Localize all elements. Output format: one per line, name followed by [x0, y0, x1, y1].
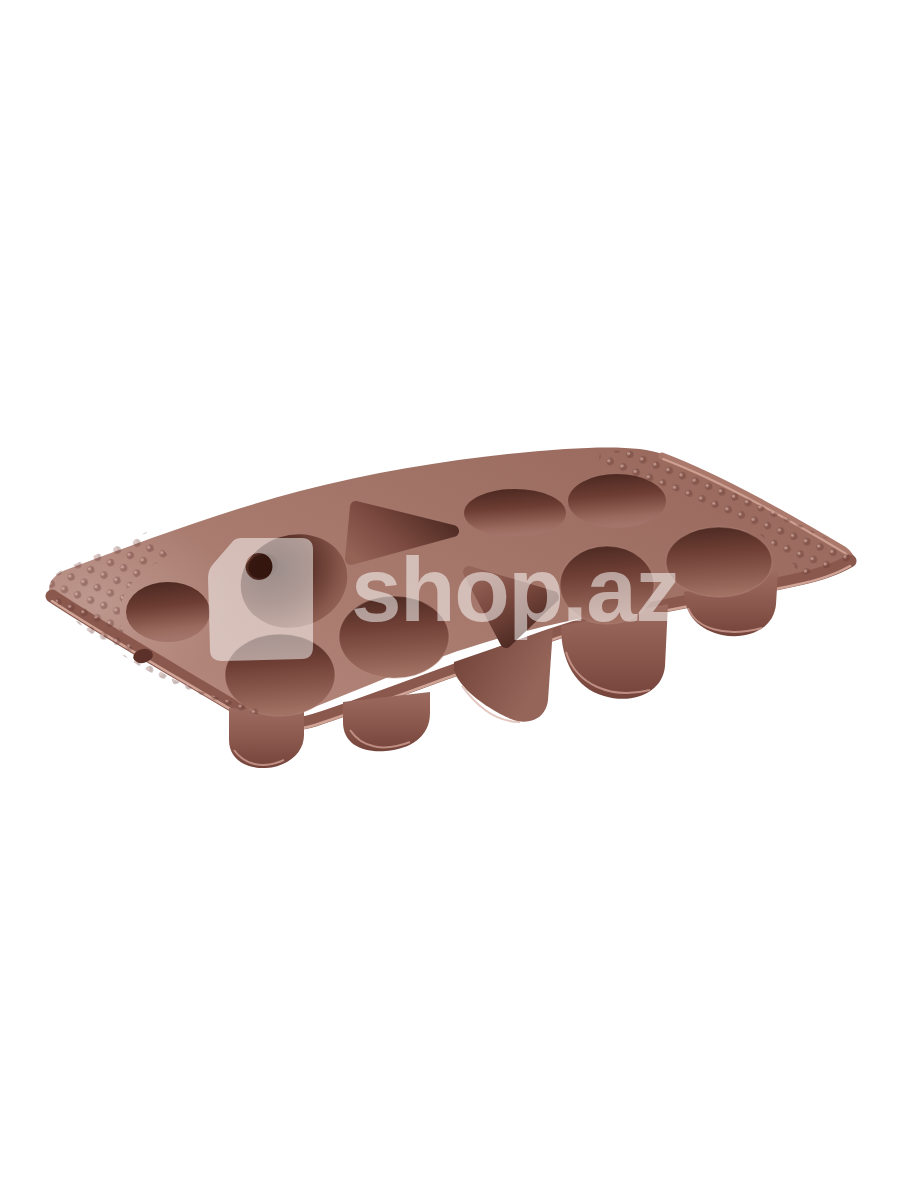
cavity-circle: [126, 582, 210, 642]
cavity-circle: [464, 489, 566, 537]
cavity-circle: [568, 474, 666, 528]
cavity-circle: [666, 527, 772, 597]
watermark-text: shop.az: [351, 539, 679, 640]
product-photo: shop.az: [0, 0, 900, 1200]
chocolate-mold-illustration: shop.az: [0, 0, 900, 1200]
